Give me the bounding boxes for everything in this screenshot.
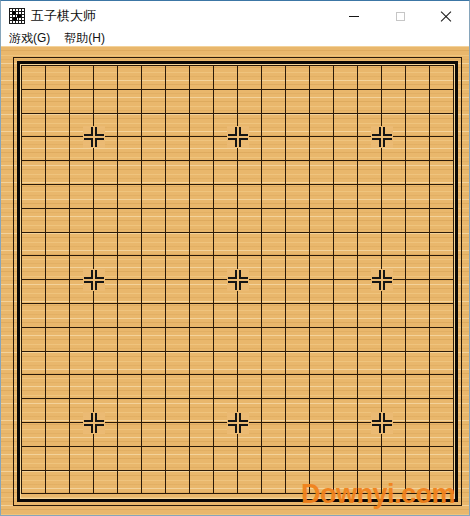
board-outer-frame: [13, 57, 462, 506]
board-inner-frame: [17, 61, 458, 502]
caption-buttons: [331, 1, 469, 31]
star-point: [371, 412, 393, 434]
app-window: 五子棋大师 游戏(G)帮助(H) Downyi.com: [0, 0, 470, 516]
game-board: Downyi.com: [1, 46, 469, 515]
minimize-button[interactable]: [331, 1, 377, 31]
star-point: [227, 269, 249, 291]
window-title: 五子棋大师: [31, 7, 96, 25]
star-point: [371, 126, 393, 148]
maximize-button: [377, 1, 423, 31]
board-grid[interactable]: [21, 65, 454, 494]
star-point: [227, 412, 249, 434]
star-point: [227, 126, 249, 148]
star-point: [83, 412, 105, 434]
minimize-icon: [349, 16, 359, 17]
close-button[interactable]: [423, 1, 469, 31]
star-point: [371, 269, 393, 291]
menu-item-help[interactable]: 帮助(H): [57, 31, 112, 46]
star-point: [83, 126, 105, 148]
watermark: Downyi.com: [301, 479, 455, 510]
maximize-icon: [396, 12, 405, 21]
menu-item-game[interactable]: 游戏(G): [2, 31, 57, 46]
menu-bar: 游戏(G)帮助(H): [1, 31, 469, 46]
app-icon[interactable]: [9, 8, 25, 24]
title-bar[interactable]: 五子棋大师: [1, 1, 469, 31]
close-icon: [439, 9, 453, 23]
star-point: [83, 269, 105, 291]
